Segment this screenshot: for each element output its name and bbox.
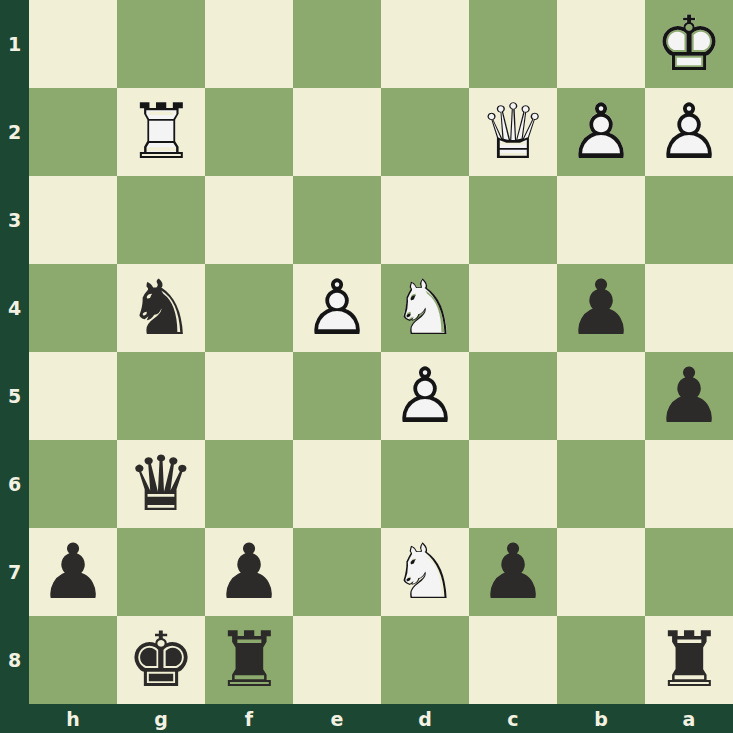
white-knight: ♞♘ [381,528,469,616]
square-h4[interactable] [29,264,117,352]
square-g2[interactable]: ♜♖ [117,88,205,176]
black-knight: ♞ [117,264,205,352]
white-pawn: ♟♙ [381,352,469,440]
black-pawn: ♟ [645,352,733,440]
square-e6[interactable] [293,440,381,528]
black-rook: ♜ [645,616,733,704]
file-label-f: f [205,704,293,733]
black-knight-glyph: ♞ [127,270,195,346]
chess-board: ♚♔♜♖♛♕♟♙♟♙♞♟♙♞♘♟♟♙♟♛♟♟♞♘♟♚♜♜ [29,0,733,704]
rank-label-8: 8 [0,616,29,704]
square-c8[interactable] [469,616,557,704]
board-frame: 12345678 ♚♔♜♖♛♕♟♙♟♙♞♟♙♞♘♟♟♙♟♛♟♟♞♘♟♚♜♜ hg… [0,0,733,733]
black-pawn-glyph: ♟ [567,270,635,346]
square-e5[interactable] [293,352,381,440]
square-d6[interactable] [381,440,469,528]
square-e4[interactable]: ♟♙ [293,264,381,352]
square-h7[interactable]: ♟ [29,528,117,616]
square-f4[interactable] [205,264,293,352]
black-king-glyph: ♚ [127,622,195,698]
square-e1[interactable] [293,0,381,88]
square-g5[interactable] [117,352,205,440]
square-b8[interactable] [557,616,645,704]
file-label-a: a [645,704,733,733]
square-c1[interactable] [469,0,557,88]
black-pawn-glyph: ♟ [215,534,283,610]
square-a7[interactable] [645,528,733,616]
square-g4[interactable]: ♞ [117,264,205,352]
file-label-e: e [293,704,381,733]
white-pawn-glyph: ♙ [391,358,459,434]
square-b3[interactable] [557,176,645,264]
square-a6[interactable] [645,440,733,528]
file-label-h: h [29,704,117,733]
rank-label-6: 6 [0,440,29,528]
black-pawn: ♟ [205,528,293,616]
black-pawn-glyph: ♟ [39,534,107,610]
square-g3[interactable] [117,176,205,264]
black-pawn: ♟ [29,528,117,616]
file-label-c: c [469,704,557,733]
white-pawn-fill: ♟ [303,270,371,346]
square-b5[interactable] [557,352,645,440]
rank-label-1: 1 [0,0,29,88]
black-rook-glyph: ♜ [655,622,723,698]
square-g7[interactable] [117,528,205,616]
black-pawn-glyph: ♟ [479,534,547,610]
square-a4[interactable] [645,264,733,352]
square-h2[interactable] [29,88,117,176]
rank-label-5: 5 [0,352,29,440]
white-rook-fill: ♜ [127,94,195,170]
white-king-fill: ♚ [655,6,723,82]
white-queen: ♛♕ [469,88,557,176]
square-f5[interactable] [205,352,293,440]
white-queen-fill: ♛ [479,94,547,170]
square-f2[interactable] [205,88,293,176]
black-rook-glyph: ♜ [215,622,283,698]
square-h6[interactable] [29,440,117,528]
file-label-d: d [381,704,469,733]
rank-label-4: 4 [0,264,29,352]
rank-label-3: 3 [0,176,29,264]
black-pawn: ♟ [469,528,557,616]
square-h5[interactable] [29,352,117,440]
black-pawn: ♟ [557,264,645,352]
square-h1[interactable] [29,0,117,88]
square-f8[interactable]: ♜ [205,616,293,704]
white-queen-glyph: ♕ [479,94,547,170]
square-a5[interactable]: ♟ [645,352,733,440]
white-pawn-fill: ♟ [391,358,459,434]
black-king: ♚ [117,616,205,704]
square-d3[interactable] [381,176,469,264]
square-b1[interactable] [557,0,645,88]
square-e7[interactable] [293,528,381,616]
white-knight-glyph: ♘ [391,534,459,610]
square-h8[interactable] [29,616,117,704]
square-b6[interactable] [557,440,645,528]
white-pawn-fill: ♟ [655,94,723,170]
square-d7[interactable]: ♞♘ [381,528,469,616]
square-a1[interactable]: ♚♔ [645,0,733,88]
square-c4[interactable] [469,264,557,352]
square-d5[interactable]: ♟♙ [381,352,469,440]
square-f6[interactable] [205,440,293,528]
black-queen: ♛ [117,440,205,528]
white-pawn: ♟♙ [557,88,645,176]
square-a2[interactable]: ♟♙ [645,88,733,176]
square-d1[interactable] [381,0,469,88]
white-king: ♚♔ [645,0,733,88]
square-c6[interactable] [469,440,557,528]
square-c3[interactable] [469,176,557,264]
rank-label-2: 2 [0,88,29,176]
square-g6[interactable]: ♛ [117,440,205,528]
file-labels: hgfedcba [29,704,733,733]
square-e2[interactable] [293,88,381,176]
white-pawn-glyph: ♙ [567,94,635,170]
rank-label-7: 7 [0,528,29,616]
white-knight-fill: ♞ [391,270,459,346]
square-g1[interactable] [117,0,205,88]
white-pawn: ♟♙ [293,264,381,352]
square-g8[interactable]: ♚ [117,616,205,704]
white-knight-glyph: ♘ [391,270,459,346]
square-d2[interactable] [381,88,469,176]
white-rook-glyph: ♖ [127,94,195,170]
square-c5[interactable] [469,352,557,440]
square-a8[interactable]: ♜ [645,616,733,704]
square-f7[interactable]: ♟ [205,528,293,616]
square-b2[interactable]: ♟♙ [557,88,645,176]
black-queen-glyph: ♛ [127,446,195,522]
square-h3[interactable] [29,176,117,264]
white-pawn-glyph: ♙ [655,94,723,170]
square-d4[interactable]: ♞♘ [381,264,469,352]
square-f3[interactable] [205,176,293,264]
square-a3[interactable] [645,176,733,264]
file-label-g: g [117,704,205,733]
white-rook: ♜♖ [117,88,205,176]
square-c2[interactable]: ♛♕ [469,88,557,176]
white-pawn: ♟♙ [645,88,733,176]
square-b7[interactable] [557,528,645,616]
white-pawn-fill: ♟ [567,94,635,170]
file-label-b: b [557,704,645,733]
square-e3[interactable] [293,176,381,264]
square-d8[interactable] [381,616,469,704]
white-knight-fill: ♞ [391,534,459,610]
white-pawn-glyph: ♙ [303,270,371,346]
square-e8[interactable] [293,616,381,704]
square-f1[interactable] [205,0,293,88]
square-b4[interactable]: ♟ [557,264,645,352]
white-knight: ♞♘ [381,264,469,352]
black-pawn-glyph: ♟ [655,358,723,434]
white-king-glyph: ♔ [655,6,723,82]
black-rook: ♜ [205,616,293,704]
square-c7[interactable]: ♟ [469,528,557,616]
rank-labels: 12345678 [0,0,29,704]
